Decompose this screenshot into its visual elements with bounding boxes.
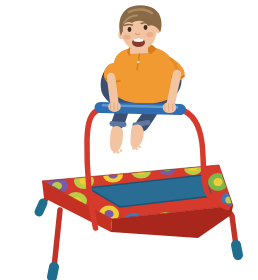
boy [101,5,185,153]
foot-cap [52,267,54,277]
product-photo [0,0,258,280]
right-eye [144,25,148,30]
left-cuff [112,124,124,125]
boy-feet [110,125,144,154]
leg-tube [54,210,60,268]
right-foot [130,125,143,149]
left-cheek [123,34,130,39]
shirt-button [137,61,139,63]
left-foot [110,126,123,152]
right-cheek [146,32,153,37]
boy-head [118,5,161,50]
scene-canvas [0,0,258,280]
trampoline-front-left-leg [52,210,60,277]
teeth [133,38,143,42]
left-forearm [111,77,115,104]
foot-cap [39,203,43,212]
foot-cap [236,245,238,255]
left-eye [128,27,132,32]
